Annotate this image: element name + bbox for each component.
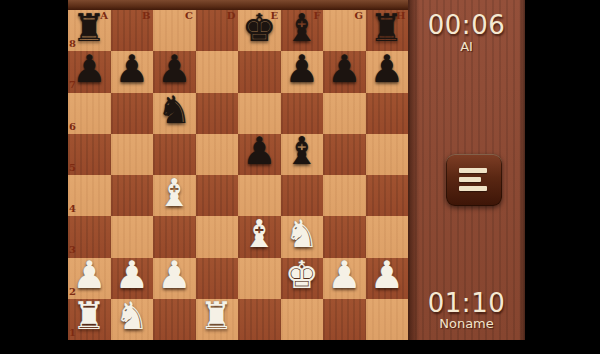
- file-label-g: G: [323, 10, 363, 21]
- square-g5[interactable]: [323, 134, 366, 175]
- square-d2[interactable]: [196, 258, 239, 299]
- square-h1[interactable]: [366, 299, 409, 340]
- hamburger-menu-icon: [459, 168, 489, 192]
- square-f6[interactable]: [281, 93, 324, 134]
- square-e4[interactable]: [238, 175, 281, 216]
- square-b1[interactable]: ♞: [111, 299, 154, 340]
- file-label-h: H: [366, 10, 406, 21]
- black-pawn[interactable]: ♟: [327, 50, 361, 88]
- rank-label-1: 1: [69, 327, 79, 338]
- rank-label-6: 6: [69, 121, 79, 132]
- square-g2[interactable]: ♟: [323, 258, 366, 299]
- menu-bar: [459, 177, 481, 182]
- square-e6[interactable]: [238, 93, 281, 134]
- square-h2[interactable]: ♟: [366, 258, 409, 299]
- black-pawn[interactable]: ♟: [157, 50, 191, 88]
- square-c5[interactable]: [153, 134, 196, 175]
- square-b5[interactable]: [111, 134, 154, 175]
- square-e2[interactable]: [238, 258, 281, 299]
- white-bishop[interactable]: ♝: [242, 215, 276, 253]
- white-bishop[interactable]: ♝: [157, 174, 191, 212]
- square-f1[interactable]: [281, 299, 324, 340]
- opponent-clock: 00:06: [408, 10, 525, 40]
- side-panel: 00:06 AI 01:10 Noname: [408, 0, 525, 340]
- square-c6[interactable]: ♞: [153, 93, 196, 134]
- black-pawn[interactable]: ♟: [370, 50, 404, 88]
- square-b3[interactable]: [111, 216, 154, 257]
- square-b2[interactable]: ♟: [111, 258, 154, 299]
- square-d6[interactable]: [196, 93, 239, 134]
- file-label-d: D: [196, 10, 236, 21]
- square-f3[interactable]: ♞: [281, 216, 324, 257]
- square-g3[interactable]: [323, 216, 366, 257]
- square-h7[interactable]: ♟: [366, 51, 409, 92]
- white-knight[interactable]: ♞: [285, 215, 319, 253]
- square-d4[interactable]: [196, 175, 239, 216]
- white-pawn[interactable]: ♟: [327, 256, 361, 294]
- square-c1[interactable]: [153, 299, 196, 340]
- square-g7[interactable]: ♟: [323, 51, 366, 92]
- square-e3[interactable]: ♝: [238, 216, 281, 257]
- rank-label-3: 3: [69, 244, 79, 255]
- square-h4[interactable]: [366, 175, 409, 216]
- square-g6[interactable]: [323, 93, 366, 134]
- menu-bar: [459, 186, 487, 191]
- white-pawn[interactable]: ♟: [157, 256, 191, 294]
- black-knight[interactable]: ♞: [157, 91, 191, 129]
- square-h5[interactable]: [366, 134, 409, 175]
- game-scene: ♜♚♝♜♟♟♟♟♟♟♞♟♝♝♝♞♟♟♟♚♟♟♜♞♜ABCDEFGH8765432…: [68, 0, 525, 340]
- file-label-f: F: [281, 10, 321, 21]
- rank-label-7: 7: [69, 79, 79, 90]
- black-bishop[interactable]: ♝: [285, 132, 319, 170]
- rank-label-4: 4: [69, 203, 79, 214]
- file-label-e: E: [238, 10, 278, 21]
- square-b4[interactable]: [111, 175, 154, 216]
- white-king[interactable]: ♚: [285, 256, 319, 294]
- square-h6[interactable]: [366, 93, 409, 134]
- square-c3[interactable]: [153, 216, 196, 257]
- player-name: Noname: [408, 316, 525, 331]
- file-label-a: A: [68, 10, 108, 21]
- square-f4[interactable]: [281, 175, 324, 216]
- rank-label-2: 2: [69, 286, 79, 297]
- rank-label-5: 5: [69, 162, 79, 173]
- player-clock: 01:10: [408, 288, 525, 318]
- square-f2[interactable]: ♚: [281, 258, 324, 299]
- square-b7[interactable]: ♟: [111, 51, 154, 92]
- square-f5[interactable]: ♝: [281, 134, 324, 175]
- square-f7[interactable]: ♟: [281, 51, 324, 92]
- black-pawn[interactable]: ♟: [242, 132, 276, 170]
- rank-label-8: 8: [69, 38, 79, 49]
- black-pawn[interactable]: ♟: [115, 50, 149, 88]
- file-label-b: B: [111, 10, 151, 21]
- opponent-name: AI: [408, 39, 525, 54]
- square-d5[interactable]: [196, 134, 239, 175]
- square-e5[interactable]: ♟: [238, 134, 281, 175]
- square-c4[interactable]: ♝: [153, 175, 196, 216]
- chess-board[interactable]: ♜♚♝♜♟♟♟♟♟♟♞♟♝♝♝♞♟♟♟♚♟♟♜♞♜ABCDEFGH8765432…: [68, 10, 408, 340]
- white-knight[interactable]: ♞: [115, 297, 149, 335]
- square-c7[interactable]: ♟: [153, 51, 196, 92]
- square-g1[interactable]: [323, 299, 366, 340]
- file-label-c: C: [153, 10, 193, 21]
- square-e1[interactable]: [238, 299, 281, 340]
- menu-bar: [459, 168, 487, 173]
- square-b6[interactable]: [111, 93, 154, 134]
- white-pawn[interactable]: ♟: [370, 256, 404, 294]
- square-h3[interactable]: [366, 216, 409, 257]
- white-rook[interactable]: ♜: [200, 297, 234, 335]
- square-d1[interactable]: ♜: [196, 299, 239, 340]
- square-e7[interactable]: [238, 51, 281, 92]
- square-d3[interactable]: [196, 216, 239, 257]
- black-pawn[interactable]: ♟: [285, 50, 319, 88]
- square-g4[interactable]: [323, 175, 366, 216]
- square-c2[interactable]: ♟: [153, 258, 196, 299]
- white-pawn[interactable]: ♟: [115, 256, 149, 294]
- square-d7[interactable]: [196, 51, 239, 92]
- menu-button[interactable]: [446, 154, 502, 206]
